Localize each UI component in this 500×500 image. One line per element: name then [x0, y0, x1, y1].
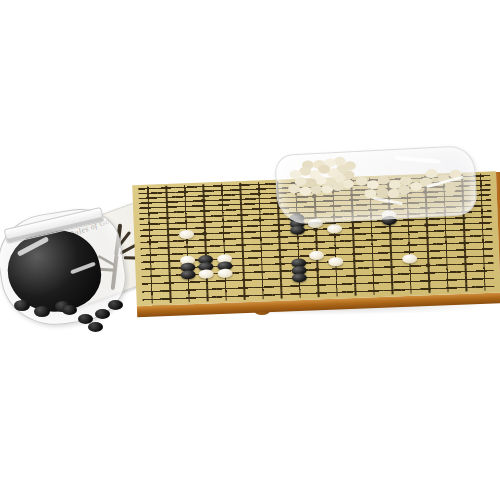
hoshi-point	[424, 223, 429, 227]
intersection	[216, 292, 235, 301]
intersection	[179, 294, 198, 303]
intersection	[198, 293, 217, 302]
black-stone	[34, 306, 50, 317]
intersection	[457, 283, 476, 292]
intersection	[290, 289, 309, 298]
white-stones-bag	[274, 145, 477, 225]
hoshi-point	[315, 268, 320, 272]
white-bag-plastic	[274, 145, 477, 225]
intersection	[253, 291, 272, 300]
black-stone	[108, 300, 123, 310]
intersection	[438, 284, 457, 293]
intersection	[364, 287, 383, 296]
black-stone	[62, 305, 77, 315]
intersection	[383, 286, 402, 295]
hoshi-point	[202, 232, 207, 236]
black-stone	[95, 309, 110, 319]
intersection	[235, 291, 254, 300]
intersection	[309, 289, 328, 298]
intersection	[272, 290, 291, 299]
intersection	[142, 295, 161, 304]
intersection	[161, 294, 180, 303]
intersection	[346, 287, 365, 296]
go-set-product-photo: The Rules of Go	[0, 0, 500, 500]
intersection	[420, 284, 439, 293]
intersection	[401, 285, 420, 294]
intersection	[327, 288, 346, 297]
hoshi-point	[313, 227, 318, 231]
black-stone	[14, 300, 30, 311]
intersection	[475, 282, 494, 291]
black-stone	[88, 322, 103, 332]
hoshi-point	[426, 263, 431, 267]
